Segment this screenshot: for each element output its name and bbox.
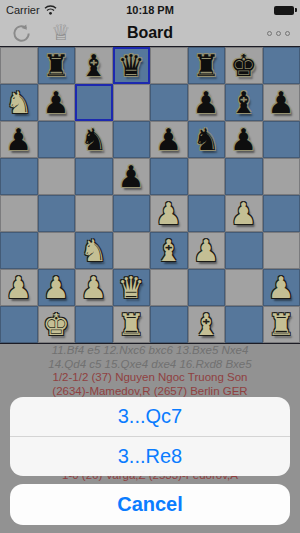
variation-options-group: 3...Qc7 3...Re8 <box>10 397 290 476</box>
action-sheet: 3...Qc7 3...Re8 Cancel <box>10 397 290 525</box>
app-screen: Carrier 10:18 PM Board ♕ ♜♝♛♜♚♞♟♟♝♟♟♞♟♞♟… <box>0 0 300 533</box>
cancel-button[interactable]: Cancel <box>10 484 290 525</box>
variation-option-re8[interactable]: 3...Re8 <box>10 437 290 476</box>
variation-option-qc7[interactable]: 3...Qc7 <box>10 397 290 436</box>
